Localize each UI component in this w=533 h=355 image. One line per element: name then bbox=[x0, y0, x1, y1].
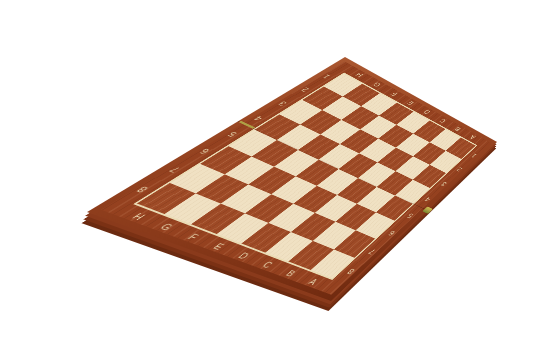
coord-label: C bbox=[439, 117, 448, 123]
coord-label: 8 bbox=[346, 267, 357, 275]
coord-label: 3 bbox=[440, 180, 448, 186]
coord-label: 4 bbox=[424, 196, 432, 203]
product-photo: HGFEDCBA HGFEDCBA 12345678 12345678 bbox=[0, 0, 533, 355]
board-squares bbox=[133, 73, 477, 280]
coord-label: D bbox=[423, 109, 432, 115]
coord-label: 7 bbox=[168, 165, 183, 173]
coord-label: C bbox=[261, 260, 275, 269]
coord-label: A bbox=[469, 134, 477, 140]
coord-label: G bbox=[372, 81, 382, 87]
coord-label: A bbox=[307, 277, 320, 286]
coord-label: 4 bbox=[253, 114, 265, 121]
coord-label: 5 bbox=[227, 130, 240, 137]
coord-label: F bbox=[390, 91, 399, 97]
coord-label: E bbox=[407, 100, 416, 106]
coord-label: G bbox=[158, 222, 175, 232]
coord-label: 2 bbox=[300, 86, 311, 92]
chess-board: HGFEDCBA HGFEDCBA 12345678 12345678 bbox=[87, 57, 497, 301]
coord-label: 7 bbox=[367, 247, 377, 255]
coord-label: 8 bbox=[135, 185, 151, 194]
coord-label: 6 bbox=[198, 147, 212, 155]
coord-label: 1 bbox=[471, 152, 478, 158]
coord-label: F bbox=[186, 232, 201, 241]
coord-label: B bbox=[284, 269, 297, 278]
coord-label: 3 bbox=[277, 100, 288, 107]
coord-label: 1 bbox=[322, 73, 332, 79]
coord-label: 5 bbox=[406, 212, 415, 219]
coord-label: H bbox=[130, 212, 148, 222]
coord-label: E bbox=[211, 242, 226, 251]
coord-label: H bbox=[355, 71, 365, 77]
coord-label: 6 bbox=[387, 229, 396, 236]
coord-label: D bbox=[236, 251, 251, 260]
coord-label: B bbox=[454, 126, 462, 132]
coord-label: 2 bbox=[456, 166, 464, 172]
